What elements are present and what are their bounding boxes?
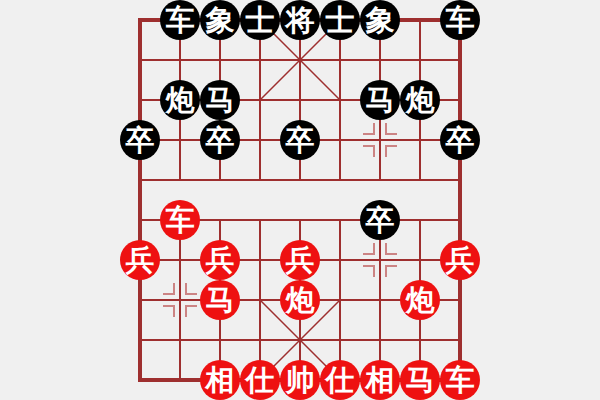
piece-black-soldier[interactable]: 卒 [120,120,160,160]
piece-red-advisor[interactable]: 仕 [240,360,280,400]
piece-black-elephant[interactable]: 象 [360,0,400,40]
piece-black-soldier[interactable]: 卒 [280,120,320,160]
piece-red-soldier[interactable]: 兵 [120,240,160,280]
piece-black-general[interactable]: 将 [280,0,320,40]
piece-red-cannon[interactable]: 炮 [280,280,320,320]
piece-black-cannon[interactable]: 炮 [400,80,440,120]
piece-black-advisor[interactable]: 士 [240,0,280,40]
piece-red-elephant[interactable]: 相 [200,360,240,400]
piece-red-soldier[interactable]: 兵 [280,240,320,280]
piece-red-advisor[interactable]: 仕 [320,360,360,400]
piece-black-chariot[interactable]: 车 [440,0,480,40]
piece-black-soldier[interactable]: 卒 [440,120,480,160]
piece-black-cannon[interactable]: 炮 [160,80,200,120]
piece-black-soldier[interactable]: 卒 [200,120,240,160]
piece-red-horse[interactable]: 马 [400,360,440,400]
piece-red-chariot[interactable]: 车 [160,200,200,240]
piece-red-elephant[interactable]: 相 [360,360,400,400]
xiangqi-board[interactable]: 车象士将士象车炮马马炮卒卒卒卒卒车兵兵兵兵马炮炮相仕帅仕相马车 [120,0,480,400]
piece-red-horse[interactable]: 马 [200,280,240,320]
piece-black-horse[interactable]: 马 [360,80,400,120]
piece-red-chariot[interactable]: 车 [440,360,480,400]
piece-black-elephant[interactable]: 象 [200,0,240,40]
piece-red-cannon[interactable]: 炮 [400,280,440,320]
piece-black-horse[interactable]: 马 [200,80,240,120]
xiangqi-app-screen: 车象士将士象车炮马马炮卒卒卒卒卒车兵兵兵兵马炮炮相仕帅仕相马车 [0,0,600,400]
piece-red-soldier[interactable]: 兵 [440,240,480,280]
piece-black-soldier[interactable]: 卒 [360,200,400,240]
piece-black-chariot[interactable]: 车 [160,0,200,40]
piece-red-soldier[interactable]: 兵 [200,240,240,280]
piece-black-advisor[interactable]: 士 [320,0,360,40]
piece-red-general[interactable]: 帅 [280,360,320,400]
